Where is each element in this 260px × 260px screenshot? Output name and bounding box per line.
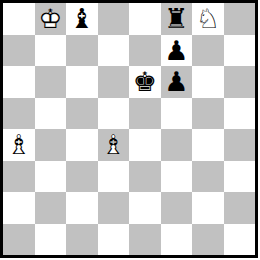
square-a1[interactable] (3, 224, 35, 256)
square-a7[interactable] (3, 35, 35, 67)
square-c6[interactable] (66, 66, 98, 98)
square-a4[interactable]: ♝♗ (3, 129, 35, 161)
square-e6[interactable]: ♚ (129, 66, 161, 98)
square-h7[interactable] (224, 35, 256, 67)
square-b1[interactable] (35, 224, 67, 256)
square-d1[interactable] (98, 224, 130, 256)
square-g8[interactable]: ♞♘ (192, 3, 224, 35)
black-king[interactable]: ♚ (129, 66, 161, 98)
white-knight-outline: ♘ (192, 3, 224, 35)
square-d3[interactable] (98, 161, 130, 193)
white-king[interactable]: ♚♔ (35, 3, 67, 35)
square-e8[interactable] (129, 3, 161, 35)
square-c8[interactable]: ♝ (66, 3, 98, 35)
square-g1[interactable] (192, 224, 224, 256)
square-h5[interactable] (224, 98, 256, 130)
square-e4[interactable] (129, 129, 161, 161)
square-b7[interactable] (35, 35, 67, 67)
square-h3[interactable] (224, 161, 256, 193)
square-g3[interactable] (192, 161, 224, 193)
square-c4[interactable] (66, 129, 98, 161)
square-a2[interactable] (3, 192, 35, 224)
white-bishop[interactable]: ♝♗ (98, 129, 130, 161)
square-h1[interactable] (224, 224, 256, 256)
square-e1[interactable] (129, 224, 161, 256)
square-f6[interactable]: ♟ (161, 66, 193, 98)
square-e3[interactable] (129, 161, 161, 193)
square-d5[interactable] (98, 98, 130, 130)
square-b2[interactable] (35, 192, 67, 224)
square-h2[interactable] (224, 192, 256, 224)
square-h8[interactable] (224, 3, 256, 35)
square-a8[interactable] (3, 3, 35, 35)
black-rook[interactable]: ♜ (161, 3, 193, 35)
square-f3[interactable] (161, 161, 193, 193)
white-knight[interactable]: ♞♘ (192, 3, 224, 35)
white-king-outline: ♔ (35, 3, 67, 35)
square-g5[interactable] (192, 98, 224, 130)
square-d6[interactable] (98, 66, 130, 98)
square-b6[interactable] (35, 66, 67, 98)
square-b8[interactable]: ♚♔ (35, 3, 67, 35)
square-e5[interactable] (129, 98, 161, 130)
square-e2[interactable] (129, 192, 161, 224)
square-g7[interactable] (192, 35, 224, 67)
square-d8[interactable] (98, 3, 130, 35)
square-c1[interactable] (66, 224, 98, 256)
square-f5[interactable] (161, 98, 193, 130)
square-b4[interactable] (35, 129, 67, 161)
square-a6[interactable] (3, 66, 35, 98)
chess-board: ♚♔♝♜♞♘♟♚♟♝♗♝♗ (0, 0, 258, 258)
square-b5[interactable] (35, 98, 67, 130)
square-h4[interactable] (224, 129, 256, 161)
square-c2[interactable] (66, 192, 98, 224)
square-f7[interactable]: ♟ (161, 35, 193, 67)
square-g2[interactable] (192, 192, 224, 224)
black-pawn[interactable]: ♟ (161, 35, 193, 67)
square-c7[interactable] (66, 35, 98, 67)
square-g6[interactable] (192, 66, 224, 98)
square-g4[interactable] (192, 129, 224, 161)
square-e7[interactable] (129, 35, 161, 67)
square-b3[interactable] (35, 161, 67, 193)
black-bishop[interactable]: ♝ (66, 3, 98, 35)
white-bishop-outline: ♗ (98, 129, 130, 161)
white-bishop[interactable]: ♝♗ (3, 129, 35, 161)
square-c5[interactable] (66, 98, 98, 130)
square-d4[interactable]: ♝♗ (98, 129, 130, 161)
black-pawn[interactable]: ♟ (161, 66, 193, 98)
square-f1[interactable] (161, 224, 193, 256)
square-f2[interactable] (161, 192, 193, 224)
square-f4[interactable] (161, 129, 193, 161)
square-a5[interactable] (3, 98, 35, 130)
square-c3[interactable] (66, 161, 98, 193)
square-f8[interactable]: ♜ (161, 3, 193, 35)
square-d7[interactable] (98, 35, 130, 67)
square-a3[interactable] (3, 161, 35, 193)
square-d2[interactable] (98, 192, 130, 224)
white-bishop-outline: ♗ (3, 129, 35, 161)
square-h6[interactable] (224, 66, 256, 98)
